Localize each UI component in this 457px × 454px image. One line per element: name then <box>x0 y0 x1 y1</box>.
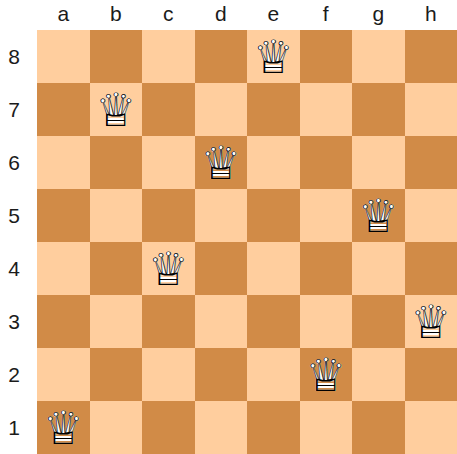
rank-label-5: 5 <box>0 189 37 242</box>
square-f8[interactable] <box>300 30 353 83</box>
square-c1[interactable] <box>142 401 195 454</box>
square-g3[interactable] <box>352 295 405 348</box>
square-a1[interactable]: ♛♕ <box>37 401 90 454</box>
square-g4[interactable] <box>352 242 405 295</box>
square-b4[interactable] <box>90 242 143 295</box>
square-d3[interactable] <box>195 295 248 348</box>
white-queen-outline-glyph: ♕ <box>354 192 402 240</box>
square-d1[interactable] <box>195 401 248 454</box>
square-f1[interactable] <box>300 401 353 454</box>
square-e5[interactable] <box>247 189 300 242</box>
white-queen-f2[interactable]: ♛♕ <box>302 351 350 399</box>
square-a8[interactable] <box>37 30 90 83</box>
square-d2[interactable] <box>195 348 248 401</box>
square-e2[interactable] <box>247 348 300 401</box>
white-queen-h3[interactable]: ♛♕ <box>407 298 455 346</box>
white-queen-g5[interactable]: ♛♕ <box>354 192 402 240</box>
white-queen-outline-glyph: ♕ <box>407 298 455 346</box>
square-h8[interactable] <box>405 30 457 83</box>
file-label-g: g <box>352 0 405 30</box>
square-a3[interactable] <box>37 295 90 348</box>
square-c2[interactable] <box>142 348 195 401</box>
square-c3[interactable] <box>142 295 195 348</box>
chessboard: abcdefgh8♛♕7♛♕6♛♕5♛♕4♛♕3♛♕2♛♕1♛♕ <box>0 0 457 454</box>
square-a7[interactable] <box>37 83 90 136</box>
square-h6[interactable] <box>405 136 457 189</box>
square-g1[interactable] <box>352 401 405 454</box>
square-h3[interactable]: ♛♕ <box>405 295 457 348</box>
square-d8[interactable] <box>195 30 248 83</box>
file-label-d: d <box>195 0 248 30</box>
square-e1[interactable] <box>247 401 300 454</box>
square-g5[interactable]: ♛♕ <box>352 189 405 242</box>
rank-label-2: 2 <box>0 348 37 401</box>
white-queen-e8[interactable]: ♛♕ <box>249 33 297 81</box>
square-h1[interactable] <box>405 401 457 454</box>
square-g6[interactable] <box>352 136 405 189</box>
square-h7[interactable] <box>405 83 457 136</box>
square-c8[interactable] <box>142 30 195 83</box>
square-c5[interactable] <box>142 189 195 242</box>
square-e3[interactable] <box>247 295 300 348</box>
square-b2[interactable] <box>90 348 143 401</box>
corner-spacer <box>0 0 37 30</box>
square-c4[interactable]: ♛♕ <box>142 242 195 295</box>
square-e6[interactable] <box>247 136 300 189</box>
square-a6[interactable] <box>37 136 90 189</box>
square-c6[interactable] <box>142 136 195 189</box>
file-label-h: h <box>405 0 457 30</box>
square-f5[interactable] <box>300 189 353 242</box>
rank-label-4: 4 <box>0 242 37 295</box>
square-a5[interactable] <box>37 189 90 242</box>
white-queen-outline-glyph: ♕ <box>302 351 350 399</box>
white-queen-outline-glyph: ♕ <box>249 33 297 81</box>
square-b3[interactable] <box>90 295 143 348</box>
white-queen-outline-glyph: ♕ <box>144 245 192 293</box>
square-g7[interactable] <box>352 83 405 136</box>
white-queen-a1[interactable]: ♛♕ <box>39 404 87 452</box>
white-queen-outline-glyph: ♕ <box>92 86 140 134</box>
white-queen-b7[interactable]: ♛♕ <box>92 86 140 134</box>
square-e7[interactable] <box>247 83 300 136</box>
square-f2[interactable]: ♛♕ <box>300 348 353 401</box>
square-b5[interactable] <box>90 189 143 242</box>
square-g2[interactable] <box>352 348 405 401</box>
square-g8[interactable] <box>352 30 405 83</box>
file-label-f: f <box>300 0 353 30</box>
square-f7[interactable] <box>300 83 353 136</box>
square-d6[interactable]: ♛♕ <box>195 136 248 189</box>
file-label-c: c <box>142 0 195 30</box>
white-queen-c4[interactable]: ♛♕ <box>144 245 192 293</box>
square-d7[interactable] <box>195 83 248 136</box>
square-e8[interactable]: ♛♕ <box>247 30 300 83</box>
square-h5[interactable] <box>405 189 457 242</box>
file-label-a: a <box>37 0 90 30</box>
square-b6[interactable] <box>90 136 143 189</box>
square-b8[interactable] <box>90 30 143 83</box>
rank-label-1: 1 <box>0 401 37 454</box>
square-h2[interactable] <box>405 348 457 401</box>
square-e4[interactable] <box>247 242 300 295</box>
rank-label-3: 3 <box>0 295 37 348</box>
square-f4[interactable] <box>300 242 353 295</box>
square-c7[interactable] <box>142 83 195 136</box>
square-a4[interactable] <box>37 242 90 295</box>
rank-label-7: 7 <box>0 83 37 136</box>
rank-label-8: 8 <box>0 30 37 83</box>
chess-diagram-page: abcdefgh8♛♕7♛♕6♛♕5♛♕4♛♕3♛♕2♛♕1♛♕ <box>0 0 457 454</box>
square-b1[interactable] <box>90 401 143 454</box>
square-d5[interactable] <box>195 189 248 242</box>
square-b7[interactable]: ♛♕ <box>90 83 143 136</box>
square-d4[interactable] <box>195 242 248 295</box>
file-label-e: e <box>247 0 300 30</box>
square-a2[interactable] <box>37 348 90 401</box>
square-h4[interactable] <box>405 242 457 295</box>
white-queen-d6[interactable]: ♛♕ <box>197 139 245 187</box>
rank-label-6: 6 <box>0 136 37 189</box>
white-queen-outline-glyph: ♕ <box>39 404 87 452</box>
square-f6[interactable] <box>300 136 353 189</box>
file-label-b: b <box>90 0 143 30</box>
white-queen-outline-glyph: ♕ <box>197 139 245 187</box>
square-f3[interactable] <box>300 295 353 348</box>
